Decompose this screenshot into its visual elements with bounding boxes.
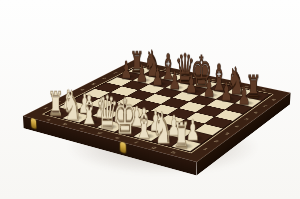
chess-set-photo: abcdefgh abcdefgh 87654321 87654321 ♜♞♝♛…	[0, 0, 300, 199]
black-pawn-h7[interactable]: ♟	[228, 83, 261, 109]
brass-clasp-left	[31, 118, 36, 129]
brass-clasp-right	[121, 142, 127, 154]
